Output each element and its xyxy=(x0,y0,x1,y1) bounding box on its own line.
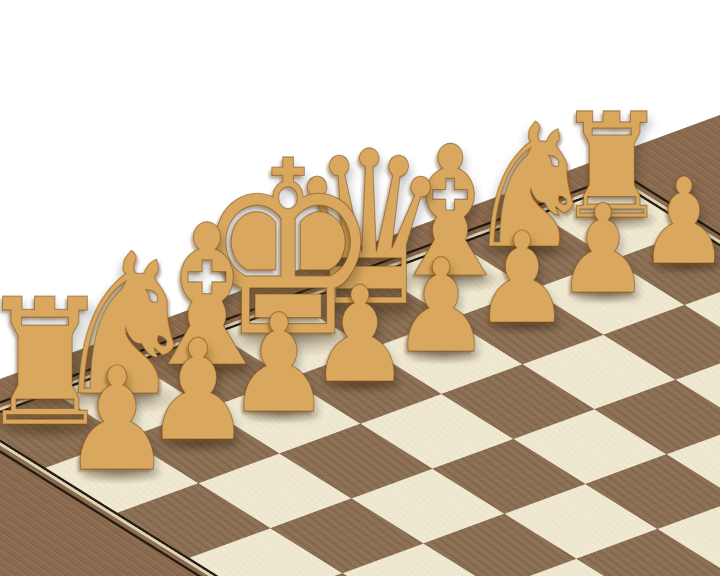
chess-photo-stage: ♜♞♝♚♛♝♞♜♟♟♟♟♟♟♟♟ xyxy=(0,0,720,576)
pawn-glyph: ♟ xyxy=(62,349,172,492)
piece-white-pawn[interactable]: ♟ xyxy=(53,349,181,492)
